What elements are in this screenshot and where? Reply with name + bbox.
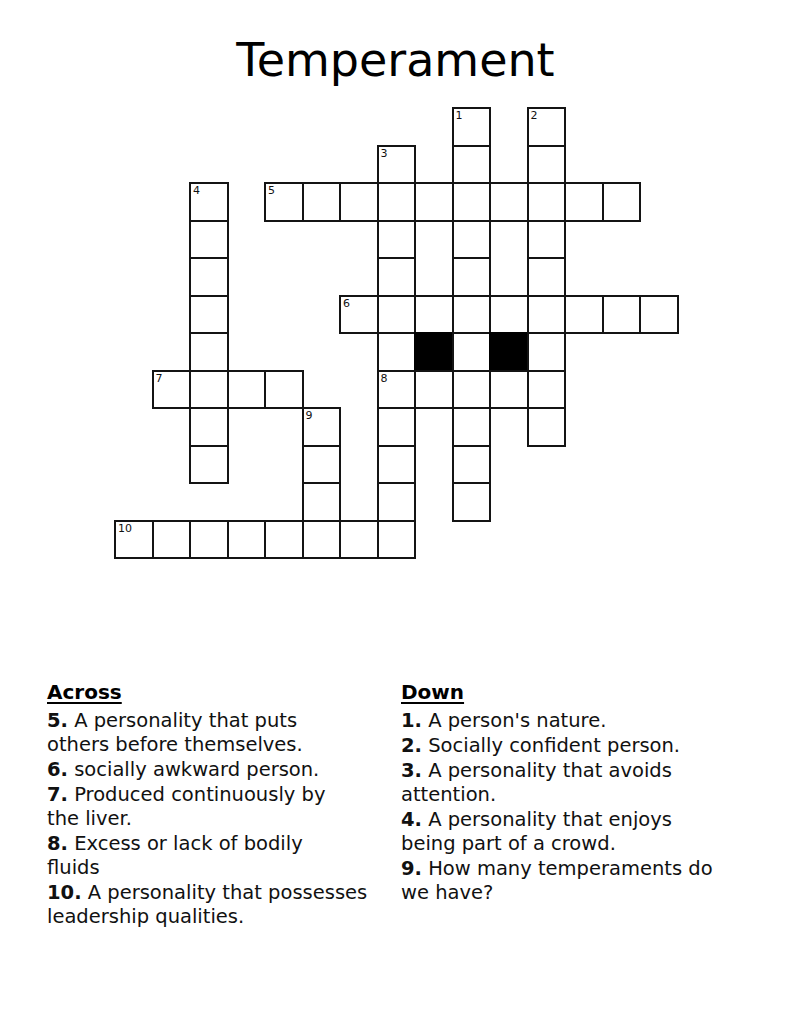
- across-clue-6-line-1: 6. socially awkward person.: [47, 758, 395, 782]
- across-clue-8-line-1: 8. Excess or lack of bodily: [47, 832, 395, 856]
- grid-cell-r7c1[interactable]: [152, 370, 192, 410]
- grid-cell-r11c2[interactable]: [189, 520, 229, 560]
- grid-cell-r6c7[interactable]: [377, 332, 417, 372]
- down-header: Down: [401, 680, 776, 704]
- grid-cell-r7c11[interactable]: [527, 370, 567, 410]
- grid-cell-r4c2[interactable]: [189, 257, 229, 297]
- grid-cell-r1c9[interactable]: [452, 145, 492, 185]
- grid-cell-r7c9[interactable]: [452, 370, 492, 410]
- grid-cell-r5c12[interactable]: [564, 295, 604, 335]
- grid-cell-r9c5[interactable]: [302, 445, 342, 485]
- grid-cell-r7c2[interactable]: [189, 370, 229, 410]
- grid-cell-r3c7[interactable]: [377, 220, 417, 260]
- down-clue-4-line-1: 4. A personality that enjoys: [401, 808, 776, 832]
- grid-cell-r1c7[interactable]: [377, 145, 417, 185]
- grid-cell-r10c5[interactable]: [302, 482, 342, 522]
- crossword-grid: 12345678910: [114, 107, 680, 560]
- down-clue-3: 3. A personality that avoidsattention.: [401, 759, 776, 807]
- grid-cell-r11c7[interactable]: [377, 520, 417, 560]
- across-clue-number: 8.: [47, 832, 68, 855]
- grid-cell-r5c7[interactable]: [377, 295, 417, 335]
- grid-cell-r8c7[interactable]: [377, 407, 417, 447]
- across-clue-number: 10.: [47, 881, 82, 904]
- down-clue-1-line-1: 1. A person's nature.: [401, 709, 776, 733]
- down-clues: Down 1. A person's nature.2. Socially co…: [401, 680, 776, 906]
- grid-cell-r2c5[interactable]: [302, 182, 342, 222]
- grid-cell-r5c8[interactable]: [414, 295, 454, 335]
- grid-cell-r0c11[interactable]: [527, 107, 567, 147]
- across-clue-number: 5.: [47, 709, 68, 732]
- grid-cell-r3c11[interactable]: [527, 220, 567, 260]
- down-clue-4: 4. A personality that enjoysbeing part o…: [401, 808, 776, 856]
- grid-cell-r2c7[interactable]: [377, 182, 417, 222]
- grid-cell-r5c11[interactable]: [527, 295, 567, 335]
- grid-cell-r2c6[interactable]: [339, 182, 379, 222]
- grid-cell-r4c7[interactable]: [377, 257, 417, 297]
- across-clues: Across 5. A personality that putsothers …: [47, 680, 395, 930]
- down-clue-9: 9. How many temperaments dowe have?: [401, 857, 776, 905]
- down-clue-2-line-1: 2. Socially confident person.: [401, 734, 776, 758]
- grid-cell-r9c9[interactable]: [452, 445, 492, 485]
- down-clue-number: 1.: [401, 709, 422, 732]
- down-clue-number: 3.: [401, 759, 422, 782]
- grid-cell-r6c11[interactable]: [527, 332, 567, 372]
- worksheet-page: Temperament 12345678910 Across 5. A pers…: [0, 0, 791, 1024]
- grid-cell-r11c0[interactable]: [114, 520, 154, 560]
- grid-cell-r3c2[interactable]: [189, 220, 229, 260]
- across-clue-list: 5. A personality that putsothers before …: [47, 709, 395, 929]
- across-clue-7-line-2: the liver.: [47, 807, 395, 831]
- down-clue-9-line-2: we have?: [401, 881, 776, 905]
- across-clue-number: 7.: [47, 783, 68, 806]
- across-clue-8-line-2: fluids: [47, 856, 395, 880]
- grid-cell-r2c13[interactable]: [602, 182, 642, 222]
- grid-cell-r5c14[interactable]: [639, 295, 679, 335]
- across-clue-6: 6. socially awkward person.: [47, 758, 395, 782]
- across-clue-10-line-1: 10. A personality that possesses: [47, 881, 395, 905]
- grid-cell-r0c9[interactable]: [452, 107, 492, 147]
- puzzle-title: Temperament: [0, 33, 791, 87]
- across-clue-10: 10. A personality that possessesleadersh…: [47, 881, 395, 929]
- grid-cell-r1c11[interactable]: [527, 145, 567, 185]
- grid-cell-r2c2[interactable]: [189, 182, 229, 222]
- across-clue-number: 6.: [47, 758, 68, 781]
- grid-cell-r7c4[interactable]: [264, 370, 304, 410]
- across-clue-5-line-1: 5. A personality that puts: [47, 709, 395, 733]
- across-clue-8: 8. Excess or lack of bodilyfluids: [47, 832, 395, 880]
- grid-cell-r5c10[interactable]: [489, 295, 529, 335]
- grid-cell-r11c3[interactable]: [227, 520, 267, 560]
- grid-cell-r10c9[interactable]: [452, 482, 492, 522]
- across-clue-7-line-1: 7. Produced continuously by: [47, 783, 395, 807]
- grid-cell-r11c6[interactable]: [339, 520, 379, 560]
- across-clue-5: 5. A personality that putsothers before …: [47, 709, 395, 757]
- grid-cell-r7c7[interactable]: [377, 370, 417, 410]
- grid-cell-r2c4[interactable]: [264, 182, 304, 222]
- across-clue-7: 7. Produced continuously bythe liver.: [47, 783, 395, 831]
- grid-cell-r3c9[interactable]: [452, 220, 492, 260]
- down-clue-list: 1. A person's nature.2. Socially confide…: [401, 709, 776, 905]
- down-clue-3-line-1: 3. A personality that avoids: [401, 759, 776, 783]
- grid-cell-r2c10[interactable]: [489, 182, 529, 222]
- down-clue-number: 9.: [401, 857, 422, 880]
- black-cell-r6c10: [489, 332, 529, 372]
- grid-cell-r7c10[interactable]: [489, 370, 529, 410]
- grid-cell-r11c4[interactable]: [264, 520, 304, 560]
- grid-cell-r4c9[interactable]: [452, 257, 492, 297]
- down-clue-4-line-2: being part of a crowd.: [401, 832, 776, 856]
- grid-cell-r2c12[interactable]: [564, 182, 604, 222]
- grid-cell-r5c6[interactable]: [339, 295, 379, 335]
- grid-cell-r7c3[interactable]: [227, 370, 267, 410]
- grid-cell-r7c8[interactable]: [414, 370, 454, 410]
- grid-cell-r5c13[interactable]: [602, 295, 642, 335]
- across-clue-5-line-2: others before themselves.: [47, 733, 395, 757]
- down-clue-1: 1. A person's nature.: [401, 709, 776, 733]
- black-cell-r6c8: [414, 332, 454, 372]
- down-clue-number: 4.: [401, 808, 422, 831]
- grid-cell-r9c2[interactable]: [189, 445, 229, 485]
- down-clue-2: 2. Socially confident person.: [401, 734, 776, 758]
- grid-cell-r8c5[interactable]: [302, 407, 342, 447]
- down-clue-9-line-1: 9. How many temperaments do: [401, 857, 776, 881]
- grid-cell-r8c11[interactable]: [527, 407, 567, 447]
- grid-cell-r11c1[interactable]: [152, 520, 192, 560]
- grid-cell-r5c2[interactable]: [189, 295, 229, 335]
- grid-cell-r5c9[interactable]: [452, 295, 492, 335]
- grid-cell-r2c8[interactable]: [414, 182, 454, 222]
- across-header: Across: [47, 680, 395, 704]
- down-clue-3-line-2: attention.: [401, 783, 776, 807]
- grid-cell-r10c7[interactable]: [377, 482, 417, 522]
- down-clue-number: 2.: [401, 734, 422, 757]
- grid-cell-r9c7[interactable]: [377, 445, 417, 485]
- grid-cell-r6c9[interactable]: [452, 332, 492, 372]
- grid-cell-r2c11[interactable]: [527, 182, 567, 222]
- grid-cell-r11c5[interactable]: [302, 520, 342, 560]
- grid-cell-r6c2[interactable]: [189, 332, 229, 372]
- grid-cell-r8c2[interactable]: [189, 407, 229, 447]
- grid-cell-r4c11[interactable]: [527, 257, 567, 297]
- grid-cell-r2c9[interactable]: [452, 182, 492, 222]
- across-clue-10-line-2: leadership qualities.: [47, 905, 395, 929]
- grid-cell-r8c9[interactable]: [452, 407, 492, 447]
